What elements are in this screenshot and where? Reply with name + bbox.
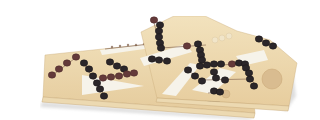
checker-black xyxy=(203,62,210,68)
checker-brown xyxy=(48,72,55,78)
checker-black xyxy=(196,63,203,69)
far-edge-mark xyxy=(127,44,129,46)
checker-black xyxy=(113,63,120,69)
checker-black xyxy=(148,56,155,62)
checker-brown xyxy=(72,54,79,60)
checker-black xyxy=(221,77,228,83)
large-tan-circle xyxy=(262,69,282,89)
checker-brown xyxy=(55,66,62,72)
cream-marker xyxy=(226,33,232,39)
checker-black xyxy=(163,58,170,64)
cream-marker xyxy=(212,37,218,43)
checker-black xyxy=(155,57,162,63)
checker-black xyxy=(100,93,107,99)
checker-black xyxy=(269,43,276,49)
checker-black xyxy=(191,73,198,79)
checker-brown xyxy=(130,70,137,76)
checker-brown xyxy=(123,71,130,77)
checker-black xyxy=(250,83,257,89)
checker-black xyxy=(156,22,163,28)
checker-brown xyxy=(63,60,70,66)
checker-black xyxy=(157,45,164,51)
product-photo: Two light wooden game boards stacked at … xyxy=(40,16,300,120)
checker-black xyxy=(255,36,262,42)
checker-black xyxy=(217,61,224,67)
checker-brown xyxy=(107,74,114,80)
checker-black xyxy=(245,70,252,76)
board-scene-svg xyxy=(40,16,300,120)
checker-black xyxy=(194,41,201,47)
checker-black xyxy=(210,61,217,67)
checker-black xyxy=(93,80,100,86)
cream-marker xyxy=(219,35,225,41)
far-edge-mark xyxy=(119,45,121,47)
checker-black xyxy=(216,89,223,95)
checker-black xyxy=(80,60,87,66)
checker-black xyxy=(155,28,162,34)
checker-black xyxy=(212,75,219,81)
checker-black xyxy=(198,78,205,84)
checker-black xyxy=(210,69,217,75)
checker-black xyxy=(262,40,269,46)
checker-black xyxy=(106,59,113,65)
checker-brown xyxy=(115,73,122,79)
checker-black xyxy=(155,34,162,40)
checker-black xyxy=(96,86,103,92)
checker-black xyxy=(89,73,96,79)
checker-brown xyxy=(228,61,235,67)
top-board xyxy=(140,16,297,111)
checker-brown xyxy=(183,43,190,49)
checker-black xyxy=(85,66,92,72)
checker-brown xyxy=(150,17,157,23)
checker-black xyxy=(246,76,253,82)
checker-black xyxy=(184,67,191,73)
far-edge-mark xyxy=(111,46,113,48)
far-edge-mark xyxy=(135,44,137,46)
checker-brown xyxy=(99,75,106,81)
